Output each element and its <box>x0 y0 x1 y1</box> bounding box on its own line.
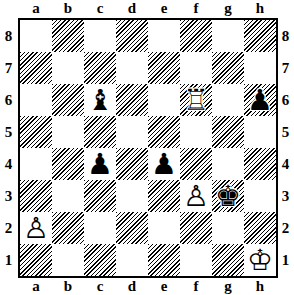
square-f7[interactable] <box>180 52 212 84</box>
square-a6[interactable] <box>20 84 52 116</box>
square-g2[interactable] <box>212 212 244 244</box>
square-a3[interactable] <box>20 180 52 212</box>
file-label-b: b <box>52 278 84 295</box>
square-d1[interactable] <box>116 244 148 276</box>
file-label-h: h <box>244 0 276 17</box>
square-b8[interactable] <box>52 20 84 52</box>
black-pawn-icon: ♟ <box>148 148 180 180</box>
piece-white-pawn-a2[interactable]: ♟♙ <box>20 212 52 244</box>
square-a4[interactable] <box>20 148 52 180</box>
rank-label-6: 6 <box>277 84 294 116</box>
black-pawn-icon: ♟ <box>84 148 116 180</box>
square-h6[interactable]: ♟ <box>244 84 276 116</box>
square-b3[interactable] <box>52 180 84 212</box>
square-h8[interactable] <box>244 20 276 52</box>
square-d4[interactable] <box>116 148 148 180</box>
square-a1[interactable] <box>20 244 52 276</box>
rank-label-8: 8 <box>277 20 294 52</box>
file-label-g: g <box>212 278 244 295</box>
square-h5[interactable] <box>244 116 276 148</box>
rank-label-1: 1 <box>0 244 17 276</box>
square-b2[interactable] <box>52 212 84 244</box>
square-e3[interactable] <box>148 180 180 212</box>
square-g4[interactable] <box>212 148 244 180</box>
square-h1[interactable]: ♚♔ <box>244 244 276 276</box>
rank-label-1: 1 <box>277 244 294 276</box>
square-c7[interactable] <box>84 52 116 84</box>
rank-labels-right: 87654321 <box>277 20 294 276</box>
chess-board: ♝♜♖♟♟♟♟♙♚♟♙♚♔ <box>18 18 278 278</box>
square-e5[interactable] <box>148 116 180 148</box>
square-h4[interactable] <box>244 148 276 180</box>
file-label-e: e <box>148 278 180 295</box>
rank-labels-left: 87654321 <box>0 20 17 276</box>
file-label-c: c <box>84 0 116 17</box>
file-label-c: c <box>84 278 116 295</box>
white-pawn-outline-icon: ♙ <box>180 180 212 212</box>
square-g3[interactable]: ♚ <box>212 180 244 212</box>
square-b7[interactable] <box>52 52 84 84</box>
file-label-g: g <box>212 0 244 17</box>
black-pawn-icon: ♟ <box>244 84 276 116</box>
square-d3[interactable] <box>116 180 148 212</box>
rank-label-3: 3 <box>0 180 17 212</box>
black-king-icon: ♚ <box>212 180 244 212</box>
square-f2[interactable] <box>180 212 212 244</box>
rank-label-3: 3 <box>277 180 294 212</box>
file-label-d: d <box>116 278 148 295</box>
file-label-a: a <box>20 0 52 17</box>
square-g8[interactable] <box>212 20 244 52</box>
square-f6[interactable]: ♜♖ <box>180 84 212 116</box>
square-c5[interactable] <box>84 116 116 148</box>
square-a8[interactable] <box>20 20 52 52</box>
square-b4[interactable] <box>52 148 84 180</box>
piece-white-pawn-f3[interactable]: ♟♙ <box>180 180 212 212</box>
file-label-b: b <box>52 0 84 17</box>
square-e8[interactable] <box>148 20 180 52</box>
file-labels-bottom: abcdefgh <box>20 278 276 295</box>
square-f5[interactable] <box>180 116 212 148</box>
square-e4[interactable]: ♟ <box>148 148 180 180</box>
square-e2[interactable] <box>148 212 180 244</box>
square-g7[interactable] <box>212 52 244 84</box>
square-g5[interactable] <box>212 116 244 148</box>
file-label-f: f <box>180 278 212 295</box>
square-c1[interactable] <box>84 244 116 276</box>
square-f8[interactable] <box>180 20 212 52</box>
rank-label-7: 7 <box>277 52 294 84</box>
white-rook-outline-icon: ♖ <box>180 84 212 116</box>
square-d6[interactable] <box>116 84 148 116</box>
piece-black-pawn-c4[interactable]: ♟ <box>84 148 116 180</box>
square-a7[interactable] <box>20 52 52 84</box>
square-h7[interactable] <box>244 52 276 84</box>
square-f1[interactable] <box>180 244 212 276</box>
square-h2[interactable] <box>244 212 276 244</box>
square-d8[interactable] <box>116 20 148 52</box>
square-g6[interactable] <box>212 84 244 116</box>
rank-label-2: 2 <box>0 212 17 244</box>
file-labels-top: abcdefgh <box>20 0 276 17</box>
square-d5[interactable] <box>116 116 148 148</box>
rank-label-4: 4 <box>277 148 294 180</box>
white-pawn-outline-icon: ♙ <box>20 212 52 244</box>
piece-black-king-g3[interactable]: ♚ <box>212 180 244 212</box>
square-c2[interactable] <box>84 212 116 244</box>
square-a5[interactable] <box>20 116 52 148</box>
square-c8[interactable] <box>84 20 116 52</box>
square-c3[interactable] <box>84 180 116 212</box>
piece-white-rook-f6[interactable]: ♜♖ <box>180 84 212 116</box>
square-d7[interactable] <box>116 52 148 84</box>
square-a2[interactable]: ♟♙ <box>20 212 52 244</box>
square-c4[interactable]: ♟ <box>84 148 116 180</box>
square-b1[interactable] <box>52 244 84 276</box>
rank-label-2: 2 <box>277 212 294 244</box>
rank-label-7: 7 <box>0 52 17 84</box>
square-b6[interactable] <box>52 84 84 116</box>
rank-label-5: 5 <box>277 116 294 148</box>
piece-black-pawn-h6[interactable]: ♟ <box>244 84 276 116</box>
chess-diagram: abcdefgh abcdefgh 87654321 87654321 ♝♜♖♟… <box>0 0 294 295</box>
square-c6[interactable]: ♝ <box>84 84 116 116</box>
square-f4[interactable] <box>180 148 212 180</box>
black-bishop-icon: ♝ <box>84 84 116 116</box>
rank-label-5: 5 <box>0 116 17 148</box>
piece-white-king-h1[interactable]: ♚♔ <box>244 244 276 276</box>
square-b5[interactable] <box>52 116 84 148</box>
file-label-d: d <box>116 0 148 17</box>
rank-label-6: 6 <box>0 84 17 116</box>
file-label-h: h <box>244 278 276 295</box>
piece-black-pawn-e4[interactable]: ♟ <box>148 148 180 180</box>
square-f3[interactable]: ♟♙ <box>180 180 212 212</box>
rank-label-4: 4 <box>0 148 17 180</box>
file-label-a: a <box>20 278 52 295</box>
square-e6[interactable] <box>148 84 180 116</box>
file-label-e: e <box>148 0 180 17</box>
file-label-f: f <box>180 0 212 17</box>
rank-label-8: 8 <box>0 20 17 52</box>
square-e7[interactable] <box>148 52 180 84</box>
square-e1[interactable] <box>148 244 180 276</box>
square-d2[interactable] <box>116 212 148 244</box>
piece-black-bishop-c6[interactable]: ♝ <box>84 84 116 116</box>
white-king-outline-icon: ♔ <box>244 244 276 276</box>
square-h3[interactable] <box>244 180 276 212</box>
square-g1[interactable] <box>212 244 244 276</box>
